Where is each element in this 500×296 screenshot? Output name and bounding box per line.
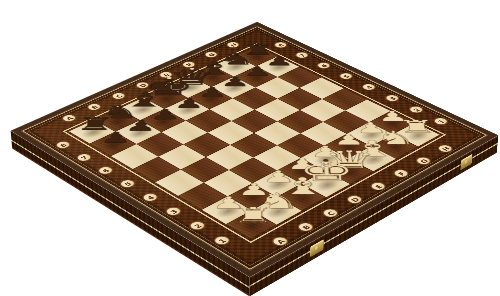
square-a4[interactable] bbox=[155, 169, 204, 195]
square-f2[interactable] bbox=[324, 134, 371, 159]
pawn-glyph: ♟ bbox=[165, 194, 293, 211]
king-glyph: ♚ bbox=[265, 158, 390, 185]
square-e2[interactable] bbox=[301, 146, 349, 171]
file-label-E-bottom: E bbox=[367, 180, 388, 192]
rook-glyph: ♜ bbox=[188, 205, 318, 226]
piece-white-rook-a1[interactable]: ♜ bbox=[226, 210, 277, 239]
pieces-layer: ♜♞♝♚♛♝♞♜♟♟♟♟♟♟♟♟♟♟♟♟♟♟♟♟♜♞♝♚♛♝♞♜ bbox=[11, 22, 499, 278]
finial-dot bbox=[346, 148, 351, 150]
square-a1[interactable] bbox=[226, 210, 277, 239]
piece-black-pawn-a7[interactable]: ♟ bbox=[90, 132, 137, 156]
square-g1[interactable] bbox=[371, 134, 418, 159]
piece-white-pawn-c2[interactable]: ♟ bbox=[253, 170, 302, 196]
square-a2[interactable] bbox=[202, 196, 252, 224]
pawn-glyph: ♟ bbox=[191, 181, 317, 197]
rank-label-8-left: 8 bbox=[53, 140, 74, 151]
file-label-G-bottom: G bbox=[413, 155, 434, 166]
rank-label-6-left: 6 bbox=[95, 165, 116, 176]
rank-label-3-left: 3 bbox=[162, 205, 184, 217]
square-a3[interactable] bbox=[178, 183, 227, 210]
piece-white-bishop-f1[interactable]: ♝ bbox=[348, 146, 396, 171]
square-b5[interactable] bbox=[158, 144, 205, 169]
pawn-glyph: ♟ bbox=[289, 132, 410, 147]
file-label-A-bottom: A bbox=[269, 235, 292, 248]
chess-set-photo: 11AA22BB33CC44DD55EE66FF77GG88HH ♜♞♝♚♛♝♞… bbox=[0, 0, 500, 296]
piece-white-pawn-d2[interactable]: ♟ bbox=[277, 158, 325, 184]
square-d3[interactable] bbox=[253, 145, 301, 170]
knight-glyph: ♞ bbox=[215, 190, 343, 211]
piece-white-pawn-f2[interactable]: ♟ bbox=[324, 134, 371, 159]
brass-clasp-right bbox=[460, 154, 472, 170]
rank-label-1-left: 1 bbox=[210, 234, 233, 247]
square-c4[interactable] bbox=[206, 145, 253, 170]
board-top-face: 11AA22BB33CC44DD55EE66FF77GG88HH ♜♞♝♚♛♝♞… bbox=[11, 22, 499, 278]
queen-glyph: ♛ bbox=[289, 147, 413, 172]
pawn-glyph: ♟ bbox=[241, 156, 364, 172]
pawn-glyph: ♟ bbox=[265, 144, 387, 159]
piece-white-king-d1[interactable]: ♚ bbox=[301, 171, 350, 197]
piece-white-knight-b1[interactable]: ♞ bbox=[252, 197, 302, 225]
pawn-glyph: ♟ bbox=[216, 169, 341, 185]
square-d4[interactable] bbox=[230, 133, 277, 157]
file-label-H-bottom: H bbox=[435, 143, 456, 154]
finial-dot bbox=[190, 68, 195, 70]
square-d1[interactable] bbox=[301, 171, 350, 197]
square-b6[interactable] bbox=[136, 132, 183, 156]
piece-white-queen-e1[interactable]: ♛ bbox=[325, 158, 373, 184]
bishop-glyph: ♝ bbox=[240, 175, 367, 198]
piece-white-pawn-a2[interactable]: ♟ bbox=[202, 196, 252, 224]
file-label-F-bottom: F bbox=[390, 168, 411, 179]
bishop-glyph: ♝ bbox=[312, 138, 435, 160]
square-c3[interactable] bbox=[229, 157, 277, 183]
square-b2[interactable] bbox=[227, 183, 276, 210]
chess-board: 11AA22BB33CC44DD55EE66FF77GG88HH ♜♞♝♚♛♝♞… bbox=[11, 22, 499, 278]
square-b4[interactable] bbox=[181, 157, 229, 183]
piece-white-pawn-b2[interactable]: ♟ bbox=[227, 183, 276, 210]
square-c2[interactable] bbox=[253, 170, 302, 196]
pawn-glyph: ♟ bbox=[55, 130, 176, 145]
finial-dot bbox=[167, 77, 172, 79]
file-label-D-bottom: D bbox=[343, 193, 365, 205]
square-a5[interactable] bbox=[133, 157, 181, 183]
square-a6[interactable] bbox=[111, 144, 158, 169]
rank-label-2-left: 2 bbox=[186, 220, 208, 233]
square-e3[interactable] bbox=[277, 133, 324, 157]
square-b3[interactable] bbox=[204, 170, 253, 196]
brass-clasp-left bbox=[310, 239, 324, 257]
knight-glyph: ♞ bbox=[335, 128, 457, 147]
file-label-B-bottom: B bbox=[294, 221, 316, 234]
piece-white-bishop-c1[interactable]: ♝ bbox=[277, 184, 326, 211]
piece-white-pawn-e2[interactable]: ♟ bbox=[301, 146, 349, 171]
rank-label-4-left: 4 bbox=[139, 191, 161, 203]
square-b1[interactable] bbox=[252, 197, 302, 225]
rank-label-5-left: 5 bbox=[117, 178, 138, 190]
square-f1[interactable] bbox=[348, 146, 396, 171]
square-c1[interactable] bbox=[277, 184, 326, 211]
square-d2[interactable] bbox=[277, 158, 325, 184]
finial-dot bbox=[323, 159, 329, 161]
file-label-C-bottom: C bbox=[319, 207, 341, 219]
rank-label-7-left: 7 bbox=[73, 152, 94, 163]
square-c5[interactable] bbox=[183, 133, 230, 157]
square-a7[interactable] bbox=[90, 132, 137, 156]
square-e1[interactable] bbox=[325, 158, 373, 184]
piece-white-knight-g1[interactable]: ♞ bbox=[371, 134, 418, 159]
